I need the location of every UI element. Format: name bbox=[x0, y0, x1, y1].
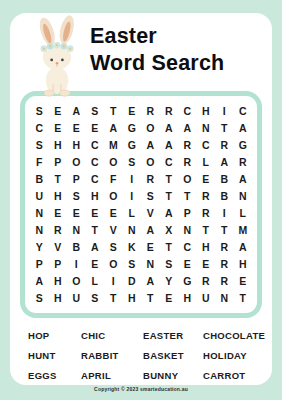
grid-cell-r2c8: A bbox=[160, 120, 179, 137]
grid-cell-r12c11: N bbox=[215, 289, 234, 306]
grid-cell-r4c9: R bbox=[178, 154, 197, 171]
grid-cell-r9c10: H bbox=[197, 238, 216, 255]
grid-cell-r12c12: T bbox=[234, 289, 253, 306]
grid-cell-r11c3: O bbox=[67, 272, 86, 289]
grid-cell-r9c3: B bbox=[67, 238, 86, 255]
grid-cell-r7c7: V bbox=[141, 204, 160, 221]
grid-cell-r6c11: B bbox=[215, 188, 234, 205]
grid-cell-r6c8: T bbox=[160, 188, 179, 205]
grid-cell-r6c6: I bbox=[123, 188, 142, 205]
grid-cell-r2c7: O bbox=[141, 120, 160, 137]
grid-cell-r11c11: R bbox=[215, 272, 234, 289]
grid-cell-r10c1: P bbox=[30, 255, 49, 272]
grid-cell-r8c6: N bbox=[123, 221, 142, 238]
grid-cell-r5c10: E bbox=[197, 171, 216, 188]
grid-cell-r10c3: I bbox=[67, 255, 86, 272]
grid-cell-r2c12: A bbox=[234, 120, 253, 137]
grid-cell-r6c5: O bbox=[104, 188, 123, 205]
grid-cell-r7c5: E bbox=[104, 204, 123, 221]
grid-cell-r4c3: O bbox=[67, 154, 86, 171]
grid-cell-r1c7: R bbox=[141, 103, 160, 120]
grid-cell-r5c1: B bbox=[30, 171, 49, 188]
grid-cell-r12c5: T bbox=[104, 289, 123, 306]
grid-cell-r8c3: N bbox=[67, 221, 86, 238]
grid-cell-r5c11: B bbox=[215, 171, 234, 188]
grid-cell-r3c10: C bbox=[197, 137, 216, 154]
grid-cell-r5c2: T bbox=[49, 171, 68, 188]
grid-cell-r1c5: T bbox=[104, 103, 123, 120]
grid-cell-r5c9: O bbox=[178, 171, 197, 188]
grid-cell-r2c10: N bbox=[197, 120, 216, 137]
grid-cell-r5c8: T bbox=[160, 171, 179, 188]
grid-cell-r10c8: S bbox=[160, 255, 179, 272]
grid-cell-r5c7: R bbox=[141, 171, 160, 188]
grid-cell-r4c11: A bbox=[215, 154, 234, 171]
grid-cell-r1c10: H bbox=[197, 103, 216, 120]
grid-cell-r3c7: A bbox=[141, 137, 160, 154]
grid-cell-r5c5: F bbox=[104, 171, 123, 188]
word-list-item: APRIL bbox=[81, 370, 143, 381]
grid-cell-r11c6: D bbox=[123, 272, 142, 289]
grid-cell-r1c6: E bbox=[123, 103, 142, 120]
grid-cell-r12c4: S bbox=[86, 289, 105, 306]
grid-cell-r10c2: P bbox=[49, 255, 68, 272]
grid-cell-r2c4: E bbox=[86, 120, 105, 137]
word-search-board: SEASTERRCHICCEEEAGOAANTASHHCMGAARCRGFPOC… bbox=[20, 91, 262, 318]
grid-cell-r4c8: C bbox=[160, 154, 179, 171]
word-grid: SEASTERRCHICCEEEAGOAANTASHHCMGAARCRGFPOC… bbox=[25, 96, 257, 313]
word-list-item: CARROT bbox=[203, 370, 265, 381]
grid-cell-r12c1: S bbox=[30, 289, 49, 306]
grid-cell-r2c1: C bbox=[30, 120, 49, 137]
grid-cell-r6c1: U bbox=[30, 188, 49, 205]
grid-cell-r9c12: A bbox=[234, 238, 253, 255]
grid-cell-r1c4: S bbox=[86, 103, 105, 120]
grid-cell-r8c5: V bbox=[104, 221, 123, 238]
grid-cell-r3c11: R bbox=[215, 137, 234, 154]
grid-cell-r4c2: P bbox=[49, 154, 68, 171]
grid-cell-r9c8: T bbox=[160, 238, 179, 255]
grid-cell-r3c1: S bbox=[30, 137, 49, 154]
grid-cell-r12c10: U bbox=[197, 289, 216, 306]
grid-cell-r1c9: C bbox=[178, 103, 197, 120]
grid-cell-r3c2: H bbox=[49, 137, 68, 154]
page-title: Easter Word Search bbox=[90, 23, 224, 77]
grid-cell-r3c5: M bbox=[104, 137, 123, 154]
word-list-item: CHOCOLATE bbox=[203, 330, 265, 341]
grid-cell-r11c12: E bbox=[234, 272, 253, 289]
grid-cell-r11c10: R bbox=[197, 272, 216, 289]
grid-cell-r10c7: N bbox=[141, 255, 160, 272]
grid-cell-r7c1: N bbox=[30, 204, 49, 221]
grid-cell-r8c11: T bbox=[215, 221, 234, 238]
grid-cell-r7c11: I bbox=[215, 204, 234, 221]
grid-cell-r7c8: A bbox=[160, 204, 179, 221]
grid-cell-r7c9: P bbox=[178, 204, 197, 221]
grid-cell-r3c8: A bbox=[160, 137, 179, 154]
grid-cell-r3c3: H bbox=[67, 137, 86, 154]
grid-cell-r6c9: T bbox=[178, 188, 197, 205]
grid-cell-r3c6: G bbox=[123, 137, 142, 154]
grid-cell-r8c4: T bbox=[86, 221, 105, 238]
grid-cell-r6c7: S bbox=[141, 188, 160, 205]
grid-cell-r8c2: R bbox=[49, 221, 68, 238]
grid-cell-r12c9: H bbox=[178, 289, 197, 306]
grid-cell-r7c10: R bbox=[197, 204, 216, 221]
grid-cell-r10c5: O bbox=[104, 255, 123, 272]
grid-cell-r9c1: Y bbox=[30, 238, 49, 255]
grid-cell-r7c12: L bbox=[234, 204, 253, 221]
grid-cell-r9c11: R bbox=[215, 238, 234, 255]
grid-cell-r8c1: N bbox=[30, 221, 49, 238]
word-list: HOPCHICEASTERCHOCOLATEHUNTRABBITBASKETHO… bbox=[28, 325, 258, 385]
grid-cell-r7c3: E bbox=[67, 204, 86, 221]
grid-cell-r7c2: E bbox=[49, 204, 68, 221]
word-list-item: EGGS bbox=[28, 370, 81, 381]
grid-cell-r1c11: I bbox=[215, 103, 234, 120]
grid-cell-r6c4: H bbox=[86, 188, 105, 205]
grid-cell-r9c4: A bbox=[86, 238, 105, 255]
grid-cell-r10c4: E bbox=[86, 255, 105, 272]
grid-cell-r2c9: A bbox=[178, 120, 197, 137]
grid-cell-r1c12: C bbox=[234, 103, 253, 120]
grid-cell-r5c3: P bbox=[67, 171, 86, 188]
copyright-text: Copyright © 2023 smarteducation.au bbox=[0, 386, 282, 392]
grid-cell-r11c8: Y bbox=[160, 272, 179, 289]
grid-cell-r9c2: V bbox=[49, 238, 68, 255]
grid-cell-r1c8: R bbox=[160, 103, 179, 120]
grid-cell-r2c11: T bbox=[215, 120, 234, 137]
grid-cell-r8c8: X bbox=[160, 221, 179, 238]
grid-cell-r4c4: C bbox=[86, 154, 105, 171]
grid-cell-r10c9: E bbox=[178, 255, 197, 272]
grid-cell-r1c1: S bbox=[30, 103, 49, 120]
word-list-item: BUNNY bbox=[143, 370, 203, 381]
word-list-item: BASKET bbox=[143, 350, 203, 361]
grid-cell-r8c7: A bbox=[141, 221, 160, 238]
page-title-line1: Easter bbox=[90, 23, 224, 50]
grid-cell-r3c12: G bbox=[234, 137, 253, 154]
grid-cell-r11c4: L bbox=[86, 272, 105, 289]
grid-cell-r6c2: H bbox=[49, 188, 68, 205]
grid-cell-r12c6: H bbox=[123, 289, 142, 306]
grid-cell-r1c3: A bbox=[67, 103, 86, 120]
grid-cell-r12c2: H bbox=[49, 289, 68, 306]
grid-cell-r2c6: G bbox=[123, 120, 142, 137]
grid-cell-r9c9: C bbox=[178, 238, 197, 255]
grid-cell-r8c12: M bbox=[234, 221, 253, 238]
grid-cell-r11c9: G bbox=[178, 272, 197, 289]
grid-cell-r6c10: R bbox=[197, 188, 216, 205]
grid-cell-r5c4: C bbox=[86, 171, 105, 188]
word-list-item: CHIC bbox=[81, 330, 143, 341]
grid-cell-r6c3: S bbox=[67, 188, 86, 205]
grid-cell-r4c1: F bbox=[30, 154, 49, 171]
grid-cell-r11c2: H bbox=[49, 272, 68, 289]
grid-cell-r2c5: A bbox=[104, 120, 123, 137]
grid-cell-r12c8: E bbox=[160, 289, 179, 306]
grid-cell-r12c3: U bbox=[67, 289, 86, 306]
grid-cell-r3c4: C bbox=[86, 137, 105, 154]
grid-cell-r10c6: S bbox=[123, 255, 142, 272]
grid-cell-r2c2: E bbox=[49, 120, 68, 137]
grid-cell-r10c11: R bbox=[215, 255, 234, 272]
grid-cell-r1c2: E bbox=[49, 103, 68, 120]
grid-cell-r9c6: K bbox=[123, 238, 142, 255]
grid-cell-r4c7: O bbox=[141, 154, 160, 171]
grid-cell-r9c7: E bbox=[141, 238, 160, 255]
grid-cell-r8c10: T bbox=[197, 221, 216, 238]
easter-bunny-icon bbox=[27, 15, 89, 97]
word-list-item: EASTER bbox=[143, 330, 203, 341]
grid-cell-r10c10: E bbox=[197, 255, 216, 272]
grid-cell-r7c4: E bbox=[86, 204, 105, 221]
grid-cell-r5c6: I bbox=[123, 171, 142, 188]
grid-cell-r5c12: A bbox=[234, 171, 253, 188]
page-title-line2: Word Search bbox=[90, 50, 224, 77]
word-list-item: RABBIT bbox=[81, 350, 143, 361]
grid-cell-r10c12: H bbox=[234, 255, 253, 272]
grid-cell-r3c9: R bbox=[178, 137, 197, 154]
word-list-item: HOLIDAY bbox=[203, 350, 265, 361]
grid-cell-r4c10: L bbox=[197, 154, 216, 171]
grid-cell-r12c7: T bbox=[141, 289, 160, 306]
word-list-item: HUNT bbox=[28, 350, 81, 361]
word-list-item: HOP bbox=[28, 330, 81, 341]
grid-cell-r4c6: S bbox=[123, 154, 142, 171]
grid-cell-r6c12: N bbox=[234, 188, 253, 205]
grid-cell-r11c1: A bbox=[30, 272, 49, 289]
grid-cell-r4c5: O bbox=[104, 154, 123, 171]
grid-cell-r11c7: A bbox=[141, 272, 160, 289]
grid-cell-r4c12: R bbox=[234, 154, 253, 171]
grid-cell-r11c5: I bbox=[104, 272, 123, 289]
grid-cell-r8c9: N bbox=[178, 221, 197, 238]
grid-cell-r7c6: L bbox=[123, 204, 142, 221]
grid-cell-r2c3: E bbox=[67, 120, 86, 137]
grid-cell-r9c5: S bbox=[104, 238, 123, 255]
